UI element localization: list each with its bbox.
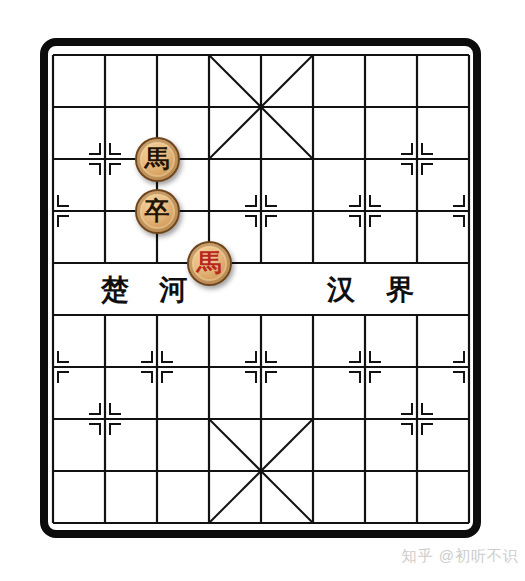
piece-glyph: 卒 xyxy=(145,198,170,223)
watermark: 知乎 @初听不识 xyxy=(402,547,519,566)
piece-red-horse[interactable]: 馬 xyxy=(187,241,232,286)
piece-black-soldier[interactable]: 卒 xyxy=(135,189,180,234)
piece-black-horse[interactable]: 馬 xyxy=(135,137,180,182)
pieces-grid: 馬 卒 馬 xyxy=(27,29,495,549)
xiangqi-diagram: 楚 河 汉 界 馬 卒 馬 知乎 @初听不识 xyxy=(0,0,525,581)
piece-glyph: 馬 xyxy=(197,250,222,275)
piece-glyph: 馬 xyxy=(145,146,170,171)
